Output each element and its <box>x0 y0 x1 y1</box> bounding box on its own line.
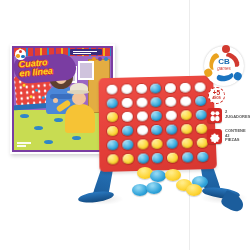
board-hole-empty <box>136 97 147 108</box>
board-hole-blue <box>166 124 177 135</box>
board-hole-empty <box>122 111 133 122</box>
loose-disc-yellow <box>186 184 202 196</box>
board-hole-yellow <box>182 138 193 149</box>
board-hole-blue <box>151 111 162 122</box>
box-art-picture-frame <box>78 61 94 80</box>
product-photo: Cuatro en línea CB games +5 <box>0 0 250 250</box>
box-top-banner <box>70 49 102 55</box>
board-hole-empty <box>121 84 132 95</box>
box-art-board-disc <box>42 96 45 99</box>
board-hole-empty <box>166 110 177 121</box>
board-hole-blue <box>195 96 206 107</box>
box-art-disc <box>54 118 63 122</box>
board-hole-empty <box>180 96 191 107</box>
board-grid <box>99 75 217 172</box>
box-art-board-disc <box>29 95 32 98</box>
board-hole-blue <box>107 98 118 109</box>
players-icon <box>209 110 221 122</box>
board-hole-yellow <box>152 139 163 150</box>
box-fine-print <box>17 142 31 144</box>
players-badge <box>207 108 222 123</box>
box-art-disc <box>72 136 81 140</box>
box-art-board-disc <box>35 89 38 92</box>
box-art-boy <box>64 83 100 133</box>
loose-disc-blue <box>146 182 162 194</box>
board-hole-blue <box>197 152 209 163</box>
board-hole-empty <box>166 97 177 108</box>
board-hole-empty <box>165 83 176 94</box>
loose-disc-blue <box>150 170 166 182</box>
board-hole-empty <box>136 111 147 122</box>
board-hole-blue <box>152 153 163 164</box>
box-art-disc <box>20 114 29 118</box>
logo-text: CB games <box>213 56 235 76</box>
board-hole-empty <box>121 98 132 109</box>
cb-games-logo: CB games <box>202 44 246 89</box>
board-hole-yellow <box>196 123 207 134</box>
board-hole-empty <box>137 125 148 136</box>
board-hole-empty <box>180 82 191 93</box>
players-badge-label: 2 JUGADORES <box>225 110 250 119</box>
board-hole-yellow <box>122 154 133 165</box>
box-art-board-disc <box>22 84 25 87</box>
pieces-word2: PIEZAS <box>225 137 239 142</box>
board-hole-blue <box>151 97 162 108</box>
board-hole-yellow <box>107 126 118 137</box>
board-hole-blue <box>151 83 162 94</box>
board-hole-yellow <box>181 124 192 135</box>
board-hole-yellow <box>167 152 178 163</box>
box-art-disc <box>44 140 53 144</box>
board-hole-blue <box>152 125 163 136</box>
age-badge-sub: AÑOS <box>209 97 224 100</box>
board-hole-yellow <box>107 154 118 165</box>
board-hole-empty <box>136 84 147 95</box>
age-badge: +5 AÑOS <box>208 87 225 104</box>
box-fine-print <box>17 145 26 147</box>
board-hole-blue <box>137 153 148 164</box>
board-hole-yellow <box>107 112 118 123</box>
board-hole-blue <box>182 152 193 163</box>
puzzle-piece-icon <box>209 131 221 143</box>
players-word: JUGADORES <box>225 114 250 119</box>
pieces-badge-label: CONTIENE 42 PIEZAS <box>225 129 250 143</box>
box-art-disc <box>34 126 43 130</box>
board-hole-blue <box>107 140 118 151</box>
cb-logo-sticker <box>15 49 26 60</box>
board-hole-yellow <box>137 139 148 150</box>
board-hole-blue <box>122 125 133 136</box>
pieces-badge <box>207 129 222 144</box>
board-hole-yellow <box>181 110 192 121</box>
board-hole-blue <box>122 139 133 150</box>
board-hole-blue <box>196 110 207 121</box>
board-hole-empty <box>106 84 117 95</box>
board-hole-blue <box>167 138 178 149</box>
logo-word: games <box>213 67 235 71</box>
